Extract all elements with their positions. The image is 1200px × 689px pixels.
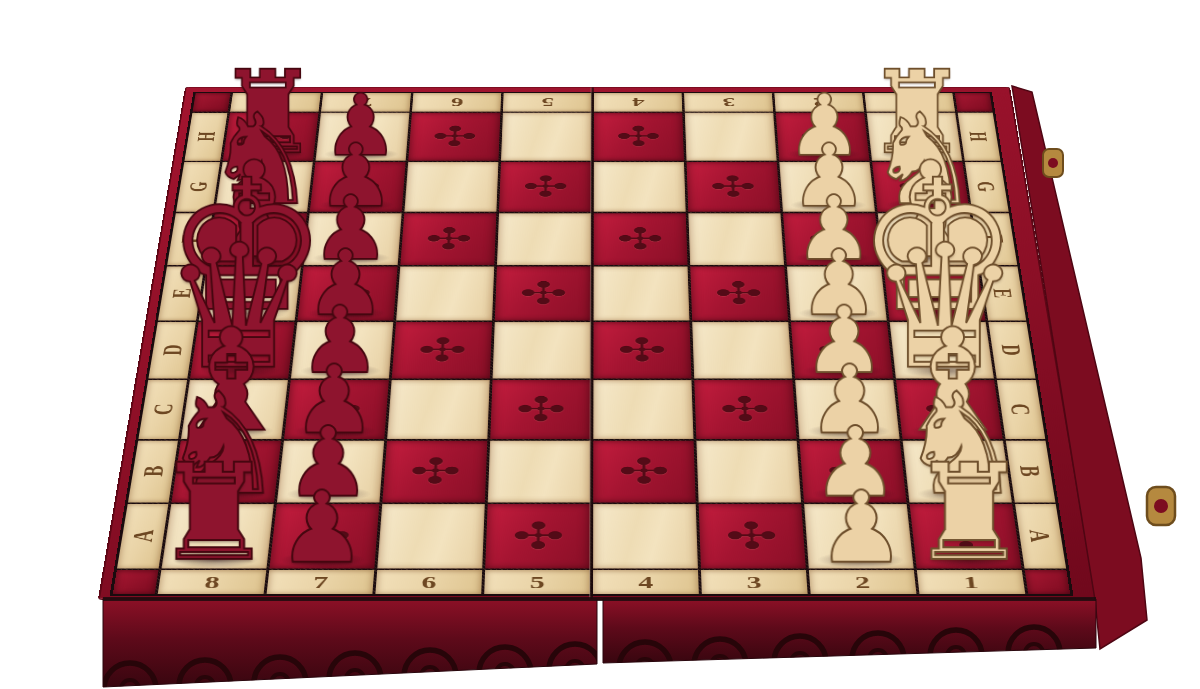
carved-quatrefoil-icon: ✣ (485, 504, 590, 569)
carved-quatrefoil-icon: ✣ (593, 441, 696, 503)
square-a2[interactable]: ♟ (804, 504, 914, 569)
coordinate-label: 7 (312, 573, 329, 591)
coordinate-label: 4 (632, 96, 645, 108)
carved-quatrefoil-icon: ✣ (593, 322, 691, 378)
rank-label-near-8: 8 (158, 570, 267, 594)
carved-quatrefoil-icon: ✣ (499, 162, 591, 212)
square-b5[interactable] (488, 441, 591, 503)
chess-board: 87654321H✣♜♟✣✣✣♟♜HG♞✣♟✣✣♟✣♞GF✣♝♟✣✣✣♟♝FE♚… (100, 88, 1095, 599)
square-d4[interactable]: ✣ (593, 322, 691, 378)
carved-quatrefoil-icon: ✣ (594, 113, 684, 161)
coordinate-label: 6 (421, 573, 437, 591)
coordinate-label: 8 (204, 573, 221, 591)
chess-set-photo: 87654321H✣♜♟✣✣✣♟♜HG♞✣♟✣✣♟✣♞GF✣♝♟✣✣✣♟♝FE♚… (0, 0, 1200, 689)
square-b4[interactable]: ✣ (593, 441, 696, 503)
square-f5[interactable] (497, 213, 591, 265)
carved-quatrefoil-icon: ✣ (594, 213, 688, 265)
square-f4[interactable]: ✣ (594, 213, 688, 265)
rank-label-near-6: 6 (375, 570, 482, 594)
coordinate-label: 3 (722, 96, 735, 108)
carved-quatrefoil-icon: ✣ (495, 266, 591, 320)
carved-quatrefoil-icon: ✣ (490, 380, 590, 439)
square-h4[interactable]: ✣ (594, 113, 684, 161)
coordinate-label: 5 (530, 573, 545, 591)
rank-label-far-4: 4 (594, 93, 682, 111)
rank-label-near-7: 7 (267, 570, 375, 594)
frame-corner (113, 570, 159, 594)
rank-label-near-1: 1 (917, 570, 1025, 594)
square-c5[interactable]: ✣ (490, 380, 590, 439)
square-d5[interactable] (493, 322, 591, 378)
rank-label-near-2: 2 (809, 570, 917, 594)
coordinate-label: 3 (746, 573, 762, 591)
rank-label-near-3: 3 (701, 570, 808, 594)
fold-seam (589, 88, 594, 599)
piece-white-pawn[interactable]: ♟ (764, 487, 958, 568)
square-g5[interactable]: ✣ (499, 162, 591, 212)
coordinate-label: 6 (450, 96, 463, 108)
square-a5[interactable]: ✣ (485, 504, 590, 569)
square-g4[interactable] (594, 162, 686, 212)
rank-label-near-5: 5 (484, 570, 590, 594)
coordinate-label: 2 (854, 573, 871, 591)
coordinate-label: 1 (962, 573, 979, 591)
square-h5[interactable] (501, 113, 591, 161)
coordinate-label: 5 (541, 96, 554, 108)
rank-label-near-4: 4 (593, 570, 699, 594)
square-e4[interactable] (593, 266, 689, 320)
square-a4[interactable] (593, 504, 698, 569)
square-a7[interactable]: ✣♟ (269, 504, 379, 569)
frame-corner (1025, 570, 1070, 594)
rank-label-far-5: 5 (503, 93, 591, 111)
coordinate-label: 4 (638, 573, 653, 591)
piece-red-pawn[interactable]: ♟ (225, 487, 419, 568)
square-e5[interactable]: ✣ (495, 266, 591, 320)
square-c4[interactable] (593, 380, 693, 439)
